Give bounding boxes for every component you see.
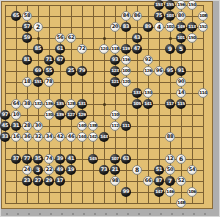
black-stone-71: 71 (44, 55, 55, 66)
black-stone-131: 131 (77, 99, 88, 110)
star-point (169, 37, 172, 40)
black-stone-147: 147 (154, 187, 165, 198)
black-stone-5: 5 (176, 44, 187, 55)
white-stone-138: 138 (88, 121, 99, 132)
black-stone-117: 117 (165, 99, 176, 110)
white-stone-98: 98 (110, 176, 121, 187)
go-diagram-frame: 1531551561546558848675103801085722083894… (0, 0, 220, 217)
grid-line-horizontal (5, 203, 204, 204)
black-stone-143: 143 (99, 132, 110, 143)
black-stone-123: 123 (110, 66, 121, 77)
white-stone-86: 86 (132, 11, 143, 22)
white-stone-132: 132 (33, 99, 44, 110)
white-stone-22: 22 (44, 165, 55, 176)
black-stone-151: 151 (33, 77, 44, 88)
black-stone-105: 105 (132, 99, 143, 110)
black-stone-61: 61 (55, 44, 66, 55)
black-stone-49: 49 (55, 165, 66, 176)
black-stone-17: 17 (55, 176, 66, 187)
white-stone-142: 142 (88, 132, 99, 143)
white-stone-16: 16 (11, 132, 22, 143)
white-stone-118: 118 (110, 44, 121, 55)
white-stone-18: 18 (22, 77, 33, 88)
white-stone-120: 120 (121, 77, 132, 88)
white-stone-146: 146 (165, 187, 176, 198)
white-stone-150: 150 (187, 33, 198, 44)
white-stone-42: 42 (55, 132, 66, 143)
white-stone-114: 114 (198, 88, 209, 99)
white-stone-110: 110 (110, 110, 121, 121)
black-stone-129: 129 (77, 110, 88, 121)
white-stone-124: 124 (99, 44, 110, 55)
black-stone-35: 35 (33, 154, 44, 165)
black-stone-57: 57 (22, 22, 33, 33)
white-stone-90: 90 (176, 77, 187, 88)
white-stone-92: 92 (143, 55, 154, 66)
white-stone-30: 30 (33, 121, 44, 132)
white-stone-58: 58 (22, 11, 33, 22)
white-stone-12: 12 (165, 154, 176, 165)
white-stone-14: 14 (176, 88, 187, 99)
white-stone-144: 144 (77, 132, 88, 143)
black-stone-7: 7 (165, 176, 176, 187)
black-stone-85: 85 (33, 44, 44, 55)
black-stone-81: 81 (22, 55, 33, 66)
white-stone-152: 152 (198, 22, 209, 33)
black-stone-95: 95 (165, 66, 176, 77)
white-stone-102: 102 (165, 22, 176, 33)
frame-ticks (6, 213, 214, 215)
black-stone-67: 67 (55, 55, 66, 66)
white-stone-128: 128 (66, 99, 77, 110)
black-stone-55: 55 (44, 66, 55, 77)
white-stone-108: 108 (198, 11, 209, 22)
white-stone-148: 148 (176, 198, 187, 209)
star-point (103, 103, 106, 106)
black-stone-37: 37 (11, 154, 22, 165)
white-stone-130: 130 (44, 110, 55, 121)
black-stone-149: 149 (176, 22, 187, 33)
white-stone-112: 112 (110, 121, 121, 132)
white-stone-84: 84 (121, 11, 132, 22)
white-stone-80: 80 (176, 11, 187, 22)
white-stone-56: 56 (55, 33, 66, 44)
white-stone-78: 78 (44, 77, 55, 88)
grid-line-horizontal (5, 115, 204, 116)
black-stone-51: 51 (154, 165, 165, 176)
black-stone-145: 145 (88, 154, 99, 165)
black-stone-153: 153 (154, 0, 165, 10)
black-stone-41: 41 (66, 154, 77, 165)
black-stone-23: 23 (22, 176, 33, 187)
black-stone-27: 27 (33, 176, 44, 187)
white-stone-32: 32 (33, 132, 44, 143)
black-stone-133: 133 (132, 88, 143, 99)
black-stone-69: 69 (33, 66, 44, 77)
white-stone-46: 46 (66, 132, 77, 143)
white-stone-24: 24 (22, 165, 33, 176)
black-stone-119: 119 (121, 44, 132, 55)
white-stone-8: 8 (132, 165, 143, 176)
grid-line-vertical (203, 5, 204, 204)
black-stone-93: 93 (110, 55, 121, 66)
black-stone-65: 65 (11, 11, 22, 22)
grid-line-horizontal (5, 148, 204, 149)
black-stone-59: 59 (22, 33, 33, 44)
white-stone-74: 74 (44, 154, 55, 165)
black-stone-89: 89 (143, 22, 154, 33)
white-stone-50: 50 (165, 165, 176, 176)
white-stone-154: 154 (187, 0, 198, 10)
white-stone-54: 54 (187, 165, 198, 176)
black-stone-115: 115 (176, 99, 187, 110)
black-stone-87: 87 (154, 176, 165, 187)
white-stone-62: 62 (66, 33, 77, 44)
black-stone-31: 31 (11, 121, 22, 132)
white-stone-64: 64 (11, 99, 22, 110)
star-point (37, 37, 40, 40)
black-stone-45: 45 (0, 121, 10, 132)
grid-line-vertical (126, 5, 127, 204)
black-stone-3: 3 (33, 165, 44, 176)
black-stone-103: 103 (165, 11, 176, 22)
black-stone-111: 111 (121, 121, 132, 132)
black-stone-107: 107 (110, 154, 121, 165)
white-stone-6: 6 (176, 154, 187, 165)
black-stone-25: 25 (66, 66, 77, 77)
black-stone-101: 101 (176, 33, 187, 44)
black-stone-43: 43 (132, 33, 143, 44)
black-stone-79: 79 (77, 66, 88, 77)
white-stone-126: 126 (143, 66, 154, 77)
star-point (103, 37, 106, 40)
white-stone-156: 156 (176, 0, 187, 10)
black-stone-39: 39 (55, 154, 66, 165)
black-stone-99: 99 (121, 187, 132, 198)
black-stone-29: 29 (44, 176, 55, 187)
white-stone-10: 10 (11, 110, 22, 121)
white-stone-66: 66 (143, 176, 154, 187)
black-stone-33: 33 (0, 132, 10, 143)
white-stone-134: 134 (143, 88, 154, 99)
black-stone-113: 113 (187, 22, 198, 33)
black-stone-21: 21 (110, 165, 121, 176)
black-stone-97: 97 (0, 110, 10, 121)
white-stone-20: 20 (110, 22, 121, 33)
white-stone-88: 88 (165, 132, 176, 143)
black-stone-75: 75 (154, 11, 165, 22)
white-stone-100: 100 (121, 66, 132, 77)
black-stone-83: 83 (121, 22, 132, 33)
black-stone-141: 141 (143, 99, 154, 110)
black-stone-91: 91 (176, 66, 187, 77)
white-stone-36: 36 (22, 132, 33, 143)
black-stone-73: 73 (99, 165, 110, 176)
white-stone-2: 2 (33, 22, 44, 33)
white-stone-72: 72 (77, 44, 88, 55)
black-stone-135: 135 (55, 99, 66, 110)
black-stone-121: 121 (110, 77, 121, 88)
black-stone-19: 19 (66, 165, 77, 176)
white-stone-38: 38 (22, 99, 33, 110)
white-stone-140: 140 (77, 121, 88, 132)
white-stone-52: 52 (176, 176, 187, 187)
black-stone-63: 63 (121, 154, 132, 165)
go-board: 1531551561546558848675103801085722083894… (1, 1, 213, 209)
white-stone-106: 106 (187, 187, 198, 198)
white-stone-96: 96 (154, 66, 165, 77)
black-stone-47: 47 (132, 44, 143, 55)
black-stone-77: 77 (22, 154, 33, 165)
black-stone-9: 9 (165, 44, 176, 55)
black-stone-127: 127 (66, 110, 77, 121)
white-stone-116: 116 (121, 55, 132, 66)
black-stone-139: 139 (55, 110, 66, 121)
white-stone-136: 136 (44, 99, 55, 110)
white-stone-4: 4 (154, 22, 165, 33)
white-stone-34: 34 (44, 132, 55, 143)
black-stone-155: 155 (165, 0, 176, 10)
white-stone-28: 28 (22, 121, 33, 132)
